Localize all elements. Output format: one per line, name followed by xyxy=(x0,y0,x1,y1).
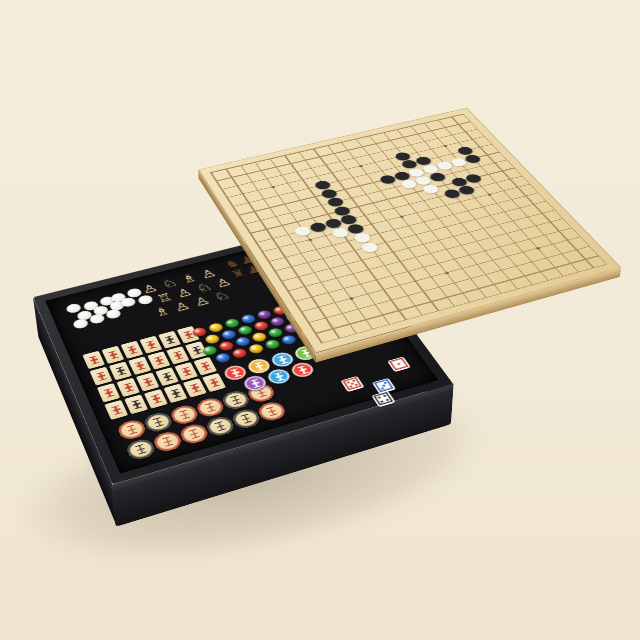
checker-peg[interactable] xyxy=(240,313,257,324)
tile-character xyxy=(111,405,122,415)
checker-peg[interactable] xyxy=(207,322,224,333)
game-tile[interactable] xyxy=(158,331,181,349)
tile-character xyxy=(181,367,192,376)
xiangqi-character xyxy=(179,410,190,420)
chess-piece[interactable]: ♘ xyxy=(212,289,232,302)
game-tile[interactable] xyxy=(136,372,159,391)
animal-disc[interactable] xyxy=(269,351,296,369)
checker-peg[interactable] xyxy=(256,309,273,320)
animal-disc[interactable] xyxy=(241,374,269,393)
xiangqi-disc[interactable] xyxy=(151,430,184,454)
tile-character xyxy=(170,389,181,398)
xiangqi-disc[interactable] xyxy=(194,396,226,419)
game-tile[interactable] xyxy=(177,326,200,344)
tile-character xyxy=(200,362,211,371)
xiangqi-character xyxy=(126,425,137,435)
tile-character xyxy=(164,335,174,344)
white-stone[interactable] xyxy=(105,308,123,320)
checker-peg[interactable] xyxy=(251,331,268,342)
tile-character xyxy=(103,388,114,397)
tile-character xyxy=(154,356,165,365)
xiangqi-disc[interactable] xyxy=(230,407,263,430)
checker-peg[interactable] xyxy=(214,352,231,364)
checker-peg[interactable] xyxy=(191,326,208,337)
xiangqi-character xyxy=(135,444,146,454)
animal-glyph xyxy=(253,362,264,371)
chess-piece[interactable]: ♙ xyxy=(192,295,212,309)
game-tile[interactable] xyxy=(128,356,151,375)
game-tile[interactable] xyxy=(104,400,128,420)
tile-character xyxy=(134,361,145,370)
checker-peg[interactable] xyxy=(220,329,237,340)
tile-character xyxy=(189,383,200,392)
game-tile[interactable] xyxy=(124,394,148,414)
tile-character xyxy=(96,372,106,381)
xiangqi-disc[interactable] xyxy=(125,437,158,461)
xiangqi-disc[interactable] xyxy=(220,389,252,411)
animal-disc[interactable] xyxy=(245,357,272,375)
xiangqi-disc[interactable] xyxy=(256,400,289,423)
animal-glyph xyxy=(249,379,260,388)
xiangqi-disc[interactable] xyxy=(204,415,237,438)
checker-peg[interactable] xyxy=(237,325,254,336)
xiangqi-character xyxy=(188,429,199,439)
xiangqi-character xyxy=(256,388,267,397)
white-stone[interactable] xyxy=(76,310,94,322)
tile-character xyxy=(142,377,153,386)
checker-peg[interactable] xyxy=(224,318,241,329)
game-tile[interactable] xyxy=(202,373,226,392)
xiangqi-character xyxy=(153,417,164,427)
tile-character xyxy=(191,346,202,355)
tile-character xyxy=(115,366,125,375)
xiangqi-disc[interactable] xyxy=(178,422,211,446)
checker-peg[interactable] xyxy=(264,339,281,351)
die[interactable]: ⚄ xyxy=(340,376,364,392)
animal-disc[interactable] xyxy=(222,364,249,383)
game-tile[interactable] xyxy=(147,351,170,369)
checker-peg[interactable] xyxy=(253,320,270,331)
xiangqi-character xyxy=(162,436,173,446)
checker-peg[interactable] xyxy=(201,345,218,357)
animal-disc[interactable] xyxy=(289,361,317,380)
tile-character xyxy=(127,345,137,354)
xiangqi-disc[interactable] xyxy=(245,382,277,404)
game-tile[interactable] xyxy=(174,362,198,381)
animal-glyph xyxy=(230,368,241,377)
game-tile[interactable] xyxy=(102,346,125,364)
xiangqi-disc[interactable] xyxy=(116,418,148,441)
checker-peg[interactable] xyxy=(267,327,284,338)
white-stone[interactable] xyxy=(72,318,90,330)
game-tile[interactable] xyxy=(97,383,120,402)
tile-character xyxy=(123,383,134,392)
xiangqi-character xyxy=(240,414,251,424)
checker-peg[interactable] xyxy=(269,316,286,327)
white-stone[interactable] xyxy=(65,303,82,315)
game-tile[interactable] xyxy=(155,367,179,386)
game-tile[interactable] xyxy=(185,341,208,359)
product-photo-scene: ♙♘♗♙♖♙♘♙♗♙♙♘ ♞♟♟♜♟♞ ⚄⚂⚀⚃ ●●●●●●●●●●●●●●●… xyxy=(0,0,640,640)
tile-character xyxy=(183,330,193,339)
game-tile[interactable] xyxy=(121,341,144,359)
animal-glyph xyxy=(277,355,288,364)
tile-character xyxy=(146,340,156,349)
white-stone[interactable] xyxy=(88,313,106,325)
game-tile[interactable] xyxy=(109,362,132,381)
tile-character xyxy=(150,394,161,404)
game-tile[interactable] xyxy=(139,336,162,354)
game-tile[interactable] xyxy=(164,384,188,403)
white-stone[interactable] xyxy=(92,305,110,317)
die[interactable]: ⚂ xyxy=(372,378,396,394)
checker-peg[interactable] xyxy=(280,334,297,345)
game-tile[interactable] xyxy=(82,351,105,369)
white-stone[interactable] xyxy=(82,300,99,312)
game-tile[interactable] xyxy=(116,378,139,397)
tile-character xyxy=(108,350,118,359)
checker-peg[interactable] xyxy=(247,343,264,355)
chess-piece[interactable]: ♗ xyxy=(152,305,172,319)
checker-peg[interactable] xyxy=(231,348,248,360)
checker-peg[interactable] xyxy=(218,340,235,352)
die[interactable]: ⚀ xyxy=(387,357,411,373)
xiangqi-character xyxy=(205,402,216,412)
xiangqi-character xyxy=(215,421,226,431)
checker-peg[interactable] xyxy=(234,336,251,347)
chess-piece[interactable]: ♙ xyxy=(214,276,234,289)
xiangqi-character xyxy=(230,395,241,405)
game-tile[interactable] xyxy=(166,346,189,364)
animal-disc[interactable] xyxy=(265,367,293,386)
white-stone[interactable]: ● xyxy=(357,239,380,253)
tile-character xyxy=(172,351,183,360)
game-tile[interactable] xyxy=(90,367,113,386)
tile-character xyxy=(162,372,173,381)
animal-glyph xyxy=(273,372,284,381)
game-tile[interactable] xyxy=(183,378,207,397)
xiangqi-character xyxy=(266,406,278,416)
animal-glyph xyxy=(297,365,308,374)
game-tile[interactable] xyxy=(144,389,168,409)
perspective-scene: ♙♘♗♙♖♙♘♙♗♙♙♘ ♞♟♟♜♟♞ ⚄⚂⚀⚃ ●●●●●●●●●●●●●●●… xyxy=(0,0,640,640)
game-tile[interactable] xyxy=(193,357,217,376)
tile-character xyxy=(209,378,220,387)
tile-character xyxy=(131,399,142,409)
tile-character xyxy=(89,355,99,364)
chess-piece[interactable]: ♙ xyxy=(172,300,192,314)
white-stone[interactable]: ● xyxy=(419,182,441,194)
xiangqi-disc[interactable] xyxy=(168,403,200,426)
xiangqi-disc[interactable] xyxy=(142,411,174,434)
checker-peg[interactable] xyxy=(204,333,221,344)
